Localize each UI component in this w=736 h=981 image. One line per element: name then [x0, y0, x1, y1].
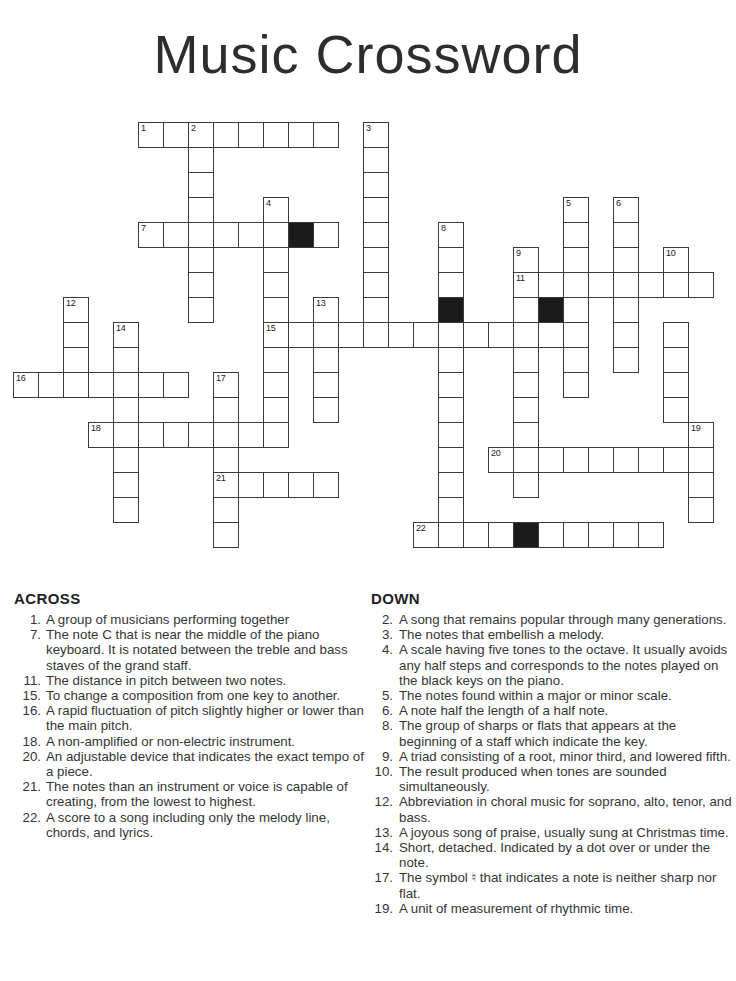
grid-cell[interactable]: [113, 497, 139, 523]
grid-cell[interactable]: [313, 122, 339, 148]
grid-cell[interactable]: [288, 122, 314, 148]
black-cell: [538, 297, 564, 323]
clue-text: A note half the length of a half note.: [399, 703, 733, 718]
cell-number: 1: [141, 123, 146, 133]
grid-cell[interactable]: [113, 422, 139, 448]
grid-cell[interactable]: [488, 522, 514, 548]
grid-cell[interactable]: [213, 397, 239, 423]
cell-number: 20: [491, 448, 500, 458]
clue-item: 7.The note C that is near the middle of …: [14, 627, 366, 673]
grid-cell[interactable]: [438, 347, 464, 373]
clue-number: 2.: [371, 612, 393, 627]
clue-text: Short, detached. Indicated by a dot over…: [399, 840, 733, 870]
grid-cell[interactable]: 4: [263, 197, 289, 223]
clue-item: 3.The notes that embellish a melody.: [371, 627, 733, 642]
grid-cell[interactable]: [588, 522, 614, 548]
grid-cell[interactable]: [113, 472, 139, 498]
grid-cell[interactable]: [363, 197, 389, 223]
cell-number: 12: [66, 298, 75, 308]
grid-cell[interactable]: 6: [613, 197, 639, 223]
down-header: DOWN: [371, 590, 733, 607]
cell-number: 5: [566, 198, 571, 208]
clue-number: 13.: [371, 825, 393, 840]
grid-cell[interactable]: [263, 472, 289, 498]
grid-cell[interactable]: [688, 472, 714, 498]
grid-cell[interactable]: 19: [688, 422, 714, 448]
clue-text: An adjustable device that indicates the …: [46, 749, 366, 779]
grid-cell[interactable]: [163, 122, 189, 148]
clue-number: 12.: [371, 794, 393, 809]
clue-text: A group of musicians performing together: [46, 612, 366, 627]
grid-cell[interactable]: [538, 447, 564, 473]
grid-cell[interactable]: [363, 172, 389, 198]
grid-cell[interactable]: [463, 322, 489, 348]
grid-cell[interactable]: [413, 322, 439, 348]
grid-cell[interactable]: [513, 447, 539, 473]
cell-number: 2: [191, 123, 196, 133]
grid-cell[interactable]: [288, 322, 314, 348]
clue-number: 10.: [371, 764, 393, 779]
grid-cell[interactable]: [563, 522, 589, 548]
grid-cell[interactable]: [313, 322, 339, 348]
grid-cell[interactable]: 1: [138, 122, 164, 148]
cell-number: 6: [616, 198, 621, 208]
cell-number: 3: [366, 123, 371, 133]
clue-item: 17.The symbol ♮ that indicates a note is…: [371, 870, 733, 900]
grid-cell[interactable]: [563, 447, 589, 473]
grid-cell[interactable]: [613, 322, 639, 348]
grid-cell[interactable]: [613, 522, 639, 548]
grid-cell[interactable]: [213, 497, 239, 523]
grid-cell[interactable]: [438, 522, 464, 548]
clue-text: The symbol ♮ that indicates a note is ne…: [399, 870, 733, 900]
clue-text: A scale having five tones to the octave.…: [399, 642, 733, 688]
grid-cell[interactable]: [38, 372, 64, 398]
clue-item: 4.A scale having five tones to the octav…: [371, 642, 733, 688]
grid-cell[interactable]: [288, 472, 314, 498]
grid-cell[interactable]: [188, 247, 214, 273]
grid-cell[interactable]: [688, 497, 714, 523]
clue-item: 10.The result produced when tones are so…: [371, 764, 733, 794]
grid-cell[interactable]: 22: [413, 522, 439, 548]
grid-cell[interactable]: [663, 372, 689, 398]
grid-cell[interactable]: [538, 522, 564, 548]
grid-cell[interactable]: [88, 372, 114, 398]
grid-cell[interactable]: 13: [313, 297, 339, 323]
cell-number: 13: [316, 298, 325, 308]
clue-text: A rapid fluctuation of pitch slightly hi…: [46, 703, 366, 733]
clue-text: A score to a song including only the mel…: [46, 810, 366, 840]
cell-number: 8: [441, 223, 446, 233]
clue-item: 15.To change a composition from one key …: [14, 688, 366, 703]
across-header: ACROSS: [14, 590, 366, 607]
clue-number: 20.: [14, 749, 41, 764]
clue-number: 9.: [371, 749, 393, 764]
grid-cell[interactable]: [663, 397, 689, 423]
grid-cell[interactable]: [663, 347, 689, 373]
grid-cell[interactable]: 14: [113, 322, 139, 348]
grid-cell[interactable]: [463, 522, 489, 548]
grid-cell[interactable]: [63, 347, 89, 373]
grid-cell[interactable]: [263, 122, 289, 148]
grid-cell[interactable]: [163, 372, 189, 398]
grid-cell[interactable]: [363, 297, 389, 323]
grid-cell[interactable]: [263, 347, 289, 373]
clue-text: The distance in pitch between two notes.: [46, 673, 366, 688]
grid-cell[interactable]: [263, 297, 289, 323]
grid-cell[interactable]: 9: [513, 247, 539, 273]
grid-cell[interactable]: [438, 372, 464, 398]
grid-cell[interactable]: [613, 247, 639, 273]
grid-cell[interactable]: [538, 272, 564, 298]
grid-cell[interactable]: [113, 447, 139, 473]
grid-cell[interactable]: [188, 197, 214, 223]
clue-item: 2.A song that remains popular through ma…: [371, 612, 733, 627]
cell-number: 7: [141, 223, 146, 233]
grid-cell[interactable]: 3: [363, 122, 389, 148]
cell-number: 21: [216, 473, 225, 483]
clue-text: The notes than an instrument or voice is…: [46, 779, 366, 809]
across-clue-list: 1.A group of musicians performing togeth…: [14, 612, 366, 840]
black-cell: [438, 297, 464, 323]
grid-cell[interactable]: [438, 272, 464, 298]
grid-cell[interactable]: [213, 222, 239, 248]
clue-text: A non-amplified or non-electric instrume…: [46, 734, 366, 749]
grid-cell[interactable]: [138, 372, 164, 398]
clue-number: 6.: [371, 703, 393, 718]
grid-cell[interactable]: 11: [513, 272, 539, 298]
clue-item: 14.Short, detached. Indicated by a dot o…: [371, 840, 733, 870]
grid-cell[interactable]: [438, 322, 464, 348]
clue-number: 8.: [371, 718, 393, 733]
clue-number: 15.: [14, 688, 41, 703]
grid-cell[interactable]: [263, 222, 289, 248]
grid-cell[interactable]: [213, 122, 239, 148]
grid-cell[interactable]: [238, 422, 264, 448]
clue-number: 16.: [14, 703, 41, 718]
grid-cell[interactable]: 18: [88, 422, 114, 448]
grid-cell[interactable]: [163, 222, 189, 248]
grid-cell[interactable]: [313, 347, 339, 373]
grid-cell[interactable]: [263, 422, 289, 448]
clue-number: 11.: [14, 673, 41, 688]
cell-number: 17: [216, 373, 225, 383]
clue-number: 1.: [14, 612, 41, 627]
cell-number: 9: [516, 248, 521, 258]
grid-cell[interactable]: 20: [488, 447, 514, 473]
grid-cell[interactable]: [313, 372, 339, 398]
clue-text: The notes found within a major or minor …: [399, 688, 733, 703]
clue-item: 8.The group of sharps or flats that appe…: [371, 718, 733, 748]
cell-number: 18: [91, 423, 100, 433]
grid-cell[interactable]: [513, 397, 539, 423]
cell-number: 10: [666, 248, 675, 258]
grid-cell[interactable]: [663, 272, 689, 298]
cell-number: 14: [116, 323, 125, 333]
grid-cell[interactable]: [563, 297, 589, 323]
clue-item: 20.An adjustable device that indicates t…: [14, 749, 366, 779]
grid-cell[interactable]: 2: [188, 122, 214, 148]
cell-number: 22: [416, 523, 425, 533]
grid-cell[interactable]: [313, 397, 339, 423]
grid-cell[interactable]: [63, 322, 89, 348]
grid-cell[interactable]: [188, 422, 214, 448]
crossword-grid: 12345678910111213141516171819202122: [0, 0, 736, 570]
down-clue-list: 2.A song that remains popular through ma…: [371, 612, 733, 916]
clue-item: 12.Abbreviation in choral music for sopr…: [371, 794, 733, 824]
grid-cell[interactable]: [663, 447, 689, 473]
grid-cell[interactable]: [338, 322, 364, 348]
grid-cell[interactable]: [263, 397, 289, 423]
grid-cell[interactable]: 17: [213, 372, 239, 398]
grid-cell[interactable]: [363, 247, 389, 273]
grid-cell[interactable]: [638, 447, 664, 473]
clue-item: 5.The notes found within a major or mino…: [371, 688, 733, 703]
clue-item: 1.A group of musicians performing togeth…: [14, 612, 366, 627]
grid-cell[interactable]: [213, 447, 239, 473]
grid-cell[interactable]: [238, 472, 264, 498]
clue-text: Abbreviation in choral music for soprano…: [399, 794, 733, 824]
clue-text: A triad consisting of a root, minor thir…: [399, 749, 733, 764]
grid-cell[interactable]: [563, 347, 589, 373]
grid-cell[interactable]: [363, 272, 389, 298]
clue-text: A song that remains popular through many…: [399, 612, 733, 627]
grid-cell[interactable]: [588, 447, 614, 473]
grid-cell[interactable]: 12: [63, 297, 89, 323]
clue-item: 21.The notes than an instrument or voice…: [14, 779, 366, 809]
grid-cell[interactable]: [263, 372, 289, 398]
clue-text: The group of sharps or flats that appear…: [399, 718, 733, 748]
clue-number: 5.: [371, 688, 393, 703]
clue-text: A joyous song of praise, usually sung at…: [399, 825, 733, 840]
grid-cell[interactable]: [563, 372, 589, 398]
clue-number: 4.: [371, 642, 393, 657]
clue-text: The note C that is near the middle of th…: [46, 627, 366, 673]
grid-cell[interactable]: [563, 222, 589, 248]
grid-cell[interactable]: [613, 347, 639, 373]
grid-cell[interactable]: [438, 397, 464, 423]
grid-cell[interactable]: [563, 247, 589, 273]
grid-cell[interactable]: [513, 472, 539, 498]
clue-number: 21.: [14, 779, 41, 794]
grid-cell[interactable]: [488, 322, 514, 348]
grid-cell[interactable]: [513, 422, 539, 448]
grid-cell[interactable]: [588, 272, 614, 298]
cell-number: 16: [16, 373, 25, 383]
grid-cell[interactable]: 21: [213, 472, 239, 498]
grid-cell[interactable]: [513, 322, 539, 348]
grid-cell[interactable]: [313, 222, 339, 248]
clue-number: 22.: [14, 810, 41, 825]
grid-cell[interactable]: [688, 447, 714, 473]
clue-number: 19.: [371, 901, 393, 916]
clue-number: 17.: [371, 870, 393, 885]
grid-cell[interactable]: [113, 347, 139, 373]
clue-number: 18.: [14, 734, 41, 749]
grid-cell[interactable]: [113, 397, 139, 423]
grid-cell[interactable]: [113, 372, 139, 398]
grid-cell[interactable]: [213, 422, 239, 448]
grid-cell[interactable]: [238, 222, 264, 248]
grid-cell[interactable]: [238, 122, 264, 148]
grid-cell[interactable]: [688, 272, 714, 298]
grid-cell[interactable]: [513, 347, 539, 373]
grid-cell[interactable]: [438, 472, 464, 498]
grid-cell[interactable]: [638, 522, 664, 548]
grid-cell[interactable]: [613, 297, 639, 323]
across-clues-section: ACROSS 1.A group of musicians performing…: [14, 590, 366, 840]
grid-cell[interactable]: 5: [563, 197, 589, 223]
grid-cell[interactable]: [563, 322, 589, 348]
clue-text: The result produced when tones are sound…: [399, 764, 733, 794]
cell-number: 4: [266, 198, 271, 208]
grid-cell[interactable]: [363, 147, 389, 173]
clue-item: 22.A score to a song including only the …: [14, 810, 366, 840]
clue-item: 11.The distance in pitch between two not…: [14, 673, 366, 688]
grid-cell[interactable]: [363, 322, 389, 348]
grid-cell[interactable]: [263, 272, 289, 298]
grid-cell[interactable]: [613, 447, 639, 473]
grid-cell[interactable]: [613, 272, 639, 298]
clue-number: 7.: [14, 627, 41, 642]
grid-cell[interactable]: [638, 272, 664, 298]
grid-cell[interactable]: [438, 247, 464, 273]
grid-cell[interactable]: 16: [13, 372, 39, 398]
grid-cell[interactable]: [313, 472, 339, 498]
grid-cell[interactable]: [138, 422, 164, 448]
grid-cell[interactable]: [438, 422, 464, 448]
grid-cell[interactable]: [188, 147, 214, 173]
grid-cell[interactable]: [363, 222, 389, 248]
grid-cell[interactable]: 15: [263, 322, 289, 348]
grid-cell[interactable]: [263, 247, 289, 273]
grid-cell[interactable]: [513, 297, 539, 323]
grid-cell[interactable]: [563, 272, 589, 298]
cell-number: 19: [691, 423, 700, 433]
grid-cell[interactable]: [188, 272, 214, 298]
clue-item: 6.A note half the length of a half note.: [371, 703, 733, 718]
clue-item: 16.A rapid fluctuation of pitch slightly…: [14, 703, 366, 733]
grid-cell[interactable]: [188, 172, 214, 198]
grid-cell[interactable]: 7: [138, 222, 164, 248]
grid-cell[interactable]: [63, 372, 89, 398]
grid-cell[interactable]: [538, 322, 564, 348]
grid-cell[interactable]: [613, 222, 639, 248]
grid-cell[interactable]: [213, 522, 239, 548]
cell-number: 11: [516, 273, 525, 283]
clue-text: The notes that embellish a melody.: [399, 627, 733, 642]
grid-cell[interactable]: [663, 322, 689, 348]
grid-cell[interactable]: [188, 222, 214, 248]
down-clues-section: DOWN 2.A song that remains popular throu…: [371, 590, 733, 916]
clue-text: A unit of measurement of rhythmic time.: [399, 901, 733, 916]
clue-number: 14.: [371, 840, 393, 855]
clue-number: 3.: [371, 627, 393, 642]
grid-cell[interactable]: [163, 422, 189, 448]
clue-item: 13.A joyous song of praise, usually sung…: [371, 825, 733, 840]
clue-item: 18.A non-amplified or non-electric instr…: [14, 734, 366, 749]
grid-cell[interactable]: [188, 297, 214, 323]
grid-cell[interactable]: 10: [663, 247, 689, 273]
grid-cell[interactable]: [438, 447, 464, 473]
clue-text: To change a composition from one key to …: [46, 688, 366, 703]
clue-item: 9.A triad consisting of a root, minor th…: [371, 749, 733, 764]
grid-cell[interactable]: [438, 497, 464, 523]
clue-item: 19.A unit of measurement of rhythmic tim…: [371, 901, 733, 916]
grid-cell[interactable]: [388, 322, 414, 348]
black-cell: [513, 522, 539, 548]
grid-cell[interactable]: [513, 372, 539, 398]
black-cell: [288, 222, 314, 248]
cell-number: 15: [266, 323, 275, 333]
grid-cell[interactable]: 8: [438, 222, 464, 248]
